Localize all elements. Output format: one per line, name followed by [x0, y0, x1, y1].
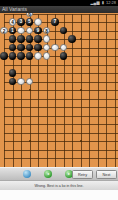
black-stone [17, 35, 25, 43]
white-stone [43, 35, 51, 43]
black-stone [26, 44, 34, 52]
black-stone [26, 52, 34, 60]
black-stone [34, 35, 42, 43]
black-stone [9, 69, 17, 77]
white-stone [34, 18, 42, 26]
footer-area [0, 190, 118, 200]
white-stone [17, 78, 25, 86]
grid-line [4, 158, 118, 159]
black-stone [9, 52, 17, 60]
next-button[interactable]: Next [96, 170, 117, 179]
white-stone [43, 52, 51, 60]
grid-line [89, 14, 90, 168]
grid-line [106, 14, 107, 168]
black-stone-move-9: 9 [34, 27, 42, 35]
black-stone [68, 35, 76, 43]
app-screen: ▂▄▆ ▮ 12:28 All Variants 643572198 ◂ ▸ R… [0, 0, 118, 200]
white-stone-move-4: 4 [9, 18, 17, 26]
black-stone [0, 52, 8, 60]
black-stone-move-7: 7 [51, 18, 59, 26]
star-point [80, 89, 82, 91]
blue-sphere-icon[interactable] [23, 170, 31, 178]
battery-icon: ▮ [102, 0, 104, 5]
white-stone [26, 78, 34, 86]
grid-line [4, 141, 118, 142]
result-message: Wrong. Best is a ko in this line. [34, 184, 83, 188]
white-stone [43, 44, 51, 52]
retry-button[interactable]: Retry [72, 170, 93, 179]
black-stone [60, 27, 68, 35]
signal-icon: ▂▄▆ [91, 0, 100, 5]
black-stone-move-1: 1 [9, 27, 17, 35]
grid-line [98, 14, 99, 168]
grid-line [4, 90, 118, 91]
star-point [80, 38, 82, 40]
clock: 12:28 [106, 0, 116, 5]
title-bar: All Variants [0, 6, 118, 13]
black-stone [9, 44, 17, 52]
grid-line [4, 124, 118, 125]
black-stone [60, 52, 68, 60]
grid-line [4, 65, 118, 66]
grid-line [4, 73, 118, 74]
app-title: All Variants [2, 6, 27, 12]
green-sphere-back-icon[interactable]: ◂ [44, 170, 52, 178]
white-stone [34, 52, 42, 60]
black-stone [9, 35, 17, 43]
white-stone-move-2: 2 [0, 27, 8, 35]
grid-line [4, 116, 118, 117]
black-stone [9, 78, 17, 86]
grid-line [115, 14, 116, 168]
star-point [29, 140, 31, 142]
star-point [80, 140, 82, 142]
grid-line [4, 133, 118, 134]
grid-line [4, 107, 118, 108]
black-stone [34, 44, 42, 52]
white-stone [51, 44, 59, 52]
white-stone [60, 44, 68, 52]
white-stone [17, 27, 25, 35]
black-stone [17, 52, 25, 60]
grid-line [4, 99, 118, 100]
black-stone-move-3: 3 [17, 18, 25, 26]
black-stone-move-5: 5 [26, 18, 34, 26]
black-stone [26, 35, 34, 43]
star-point [29, 89, 31, 91]
white-stone-move-8: 8 [43, 27, 51, 35]
go-board[interactable]: 643572198 [0, 13, 118, 167]
white-stone [26, 27, 34, 35]
grid-line [4, 150, 118, 151]
white-stone-move-6: 6 [26, 13, 34, 17]
toolbar: ◂ ▸ Retry Next [0, 167, 118, 180]
message-bar: Wrong. Best is a ko in this line. [0, 180, 118, 190]
black-stone [17, 44, 25, 52]
